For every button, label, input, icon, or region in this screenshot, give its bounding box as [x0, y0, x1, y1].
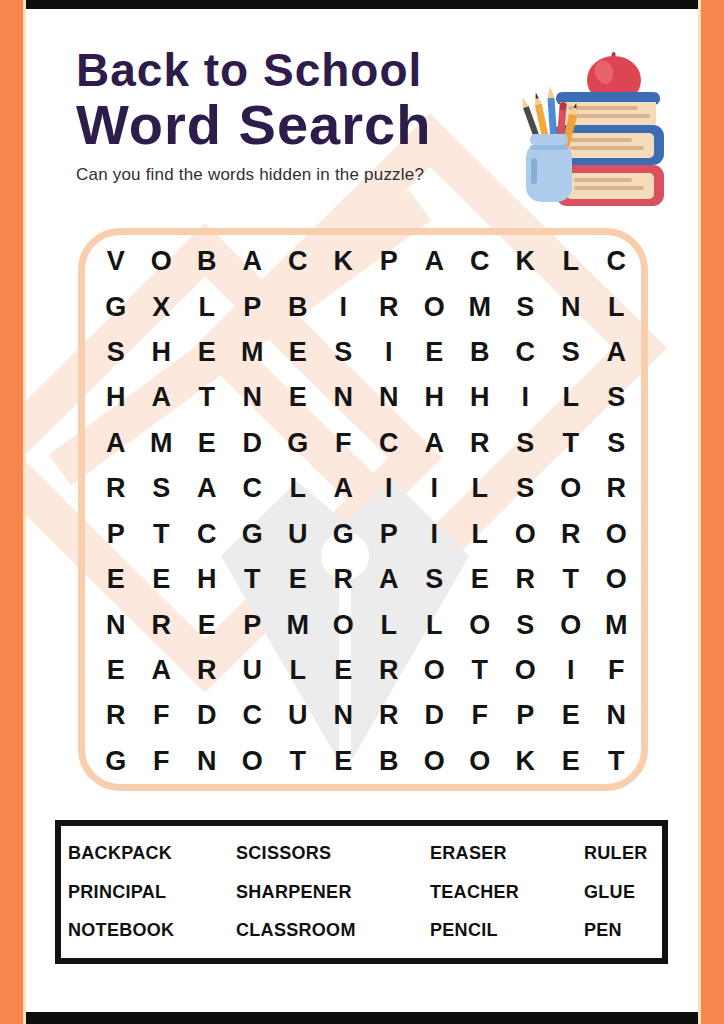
grid-cell-r2c5[interactable]: B	[275, 284, 321, 329]
grid-cell-r3c2[interactable]: H	[139, 330, 185, 375]
grid-cell-r7c8[interactable]: I	[412, 512, 458, 557]
grid-cell-r11c1[interactable]: R	[93, 693, 139, 738]
grid-cell-r12c1[interactable]: G	[93, 739, 139, 784]
grid-cell-r3c11[interactable]: S	[548, 330, 594, 375]
grid-cell-r5c11[interactable]: T	[548, 421, 594, 466]
grid-cell-r10c2[interactable]: A	[139, 648, 185, 693]
grid-cell-r6c6[interactable]: A	[321, 466, 367, 511]
grid-cell-r5c6[interactable]: F	[321, 421, 367, 466]
left-orange-border	[0, 0, 26, 1024]
grid-cell-r3c10[interactable]: C	[503, 330, 549, 375]
grid-cell-r1c9[interactable]: C	[457, 239, 503, 284]
grid-cell-r11c2[interactable]: F	[139, 693, 185, 738]
word-list-item-pencil: PENCIL	[426, 920, 580, 941]
worksheet-page: Back to School Word Search Can you find …	[0, 0, 724, 1024]
page-subtitle: Can you find the words hidden in the puz…	[76, 165, 431, 185]
grid-cell-r7c7[interactable]: P	[366, 512, 412, 557]
grid-cell-r7c4[interactable]: G	[230, 512, 276, 557]
grid-cell-r6c8[interactable]: I	[412, 466, 458, 511]
grid-cell-r2c9[interactable]: M	[457, 284, 503, 329]
grid-cell-r9c10[interactable]: S	[503, 602, 549, 647]
word-list-item-backpack: BACKPACK	[64, 843, 232, 864]
word-search-grid: VOBACKPACKLCGXLPBIROMSNLSHEMESIEBCSAHATN…	[93, 239, 639, 784]
grid-cell-r12c3[interactable]: N	[184, 739, 230, 784]
grid-cell-r3c9[interactable]: B	[457, 330, 503, 375]
grid-cell-r11c8[interactable]: D	[412, 693, 458, 738]
bottom-black-border	[23, 1012, 701, 1024]
grid-cell-r1c8[interactable]: A	[412, 239, 458, 284]
grid-cell-r1c6[interactable]: K	[321, 239, 367, 284]
grid-cell-r10c6[interactable]: E	[321, 648, 367, 693]
grid-cell-r8c2[interactable]: E	[139, 557, 185, 602]
word-list-item-ruler: RULER	[580, 843, 662, 864]
grid-cell-r9c8[interactable]: L	[412, 602, 458, 647]
grid-cell-r9c1[interactable]: N	[93, 602, 139, 647]
grid-cell-r10c4[interactable]: U	[230, 648, 276, 693]
grid-cell-r4c12[interactable]: S	[594, 375, 640, 420]
grid-cell-r10c7[interactable]: R	[366, 648, 412, 693]
grid-cell-r9c4[interactable]: P	[230, 602, 276, 647]
grid-cell-r6c11[interactable]: O	[548, 466, 594, 511]
grid-cell-r6c5[interactable]: L	[275, 466, 321, 511]
grid-cell-r1c12[interactable]: C	[594, 239, 640, 284]
word-list-box: BACKPACKSCISSORSERASERRULERPRINCIPALSHAR…	[55, 820, 668, 964]
grid-cell-r4c7[interactable]: N	[366, 375, 412, 420]
grid-cell-r10c1[interactable]: E	[93, 648, 139, 693]
grid-cell-r10c3[interactable]: R	[184, 648, 230, 693]
grid-cell-r12c10[interactable]: K	[503, 739, 549, 784]
grid-cell-r2c11[interactable]: N	[548, 284, 594, 329]
grid-cell-r11c6[interactable]: N	[321, 693, 367, 738]
grid-cell-r4c1[interactable]: H	[93, 375, 139, 420]
grid-cell-r9c2[interactable]: R	[139, 602, 185, 647]
page-header: Back to School Word Search Can you find …	[76, 46, 431, 185]
grid-cell-r8c1[interactable]: E	[93, 557, 139, 602]
grid-cell-r9c9[interactable]: O	[457, 602, 503, 647]
grid-cell-r2c12[interactable]: L	[594, 284, 640, 329]
grid-cell-r12c7[interactable]: B	[366, 739, 412, 784]
grid-cell-r8c12[interactable]: O	[594, 557, 640, 602]
grid-cell-r12c4[interactable]: O	[230, 739, 276, 784]
grid-cell-r3c7[interactable]: I	[366, 330, 412, 375]
grid-cell-r9c7[interactable]: L	[366, 602, 412, 647]
grid-cell-r5c7[interactable]: C	[366, 421, 412, 466]
grid-cell-r8c6[interactable]: R	[321, 557, 367, 602]
grid-cell-r5c4[interactable]: D	[230, 421, 276, 466]
grid-cell-r2c6[interactable]: I	[321, 284, 367, 329]
grid-cell-r6c7[interactable]: I	[366, 466, 412, 511]
grid-cell-r11c12[interactable]: N	[594, 693, 640, 738]
grid-cell-r8c4[interactable]: T	[230, 557, 276, 602]
page-title-line2: Word Search	[76, 96, 431, 153]
grid-cell-r12c6[interactable]: E	[321, 739, 367, 784]
grid-cell-r12c5[interactable]: T	[275, 739, 321, 784]
grid-cell-r11c3[interactable]: D	[184, 693, 230, 738]
grid-cell-r2c1[interactable]: G	[93, 284, 139, 329]
word-list-item-classroom: CLASSROOM	[232, 920, 426, 941]
grid-cell-r4c4[interactable]: N	[230, 375, 276, 420]
grid-cell-r6c4[interactable]: C	[230, 466, 276, 511]
grid-cell-r9c3[interactable]: E	[184, 602, 230, 647]
grid-cell-r12c12[interactable]: T	[594, 739, 640, 784]
grid-cell-r4c10[interactable]: I	[503, 375, 549, 420]
right-orange-border	[698, 0, 724, 1024]
grid-cell-r1c1[interactable]: V	[93, 239, 139, 284]
grid-cell-r7c6[interactable]: G	[321, 512, 367, 557]
grid-cell-r5c10[interactable]: S	[503, 421, 549, 466]
grid-cell-r8c8[interactable]: S	[412, 557, 458, 602]
grid-cell-r10c5[interactable]: L	[275, 648, 321, 693]
grid-cell-r7c10[interactable]: O	[503, 512, 549, 557]
page-title-line1: Back to School	[76, 46, 431, 96]
word-list-item-sharpener: SHARPENER	[232, 882, 426, 903]
grid-cell-r4c3[interactable]: T	[184, 375, 230, 420]
grid-cell-r6c1[interactable]: R	[93, 466, 139, 511]
word-list-item-pen: PEN	[580, 920, 662, 941]
grid-cell-r4c6[interactable]: N	[321, 375, 367, 420]
grid-cell-r11c11[interactable]: E	[548, 693, 594, 738]
grid-cell-r2c8[interactable]: O	[412, 284, 458, 329]
grid-cell-r1c10[interactable]: K	[503, 239, 549, 284]
grid-cell-r8c11[interactable]: T	[548, 557, 594, 602]
grid-cell-r8c7[interactable]: A	[366, 557, 412, 602]
grid-cell-r7c12[interactable]: O	[594, 512, 640, 557]
grid-cell-r5c12[interactable]: S	[594, 421, 640, 466]
grid-cell-r3c12[interactable]: A	[594, 330, 640, 375]
grid-cell-r3c3[interactable]: E	[184, 330, 230, 375]
grid-cell-r9c11[interactable]: O	[548, 602, 594, 647]
grid-cell-r7c3[interactable]: C	[184, 512, 230, 557]
grid-cell-r7c1[interactable]: P	[93, 512, 139, 557]
grid-cell-r10c8[interactable]: O	[412, 648, 458, 693]
grid-cell-r1c7[interactable]: P	[366, 239, 412, 284]
grid-cell-r10c11[interactable]: I	[548, 648, 594, 693]
word-list-item-glue: GLUE	[580, 882, 662, 903]
grid-cell-r2c2[interactable]: X	[139, 284, 185, 329]
grid-cell-r11c7[interactable]: R	[366, 693, 412, 738]
grid-cell-r11c4[interactable]: C	[230, 693, 276, 738]
grid-cell-r10c10[interactable]: O	[503, 648, 549, 693]
grid-cell-r12c11[interactable]: E	[548, 739, 594, 784]
books-apple-illustration	[518, 28, 670, 206]
grid-cell-r3c5[interactable]: E	[275, 330, 321, 375]
grid-cell-r6c10[interactable]: S	[503, 466, 549, 511]
grid-cell-r9c6[interactable]: O	[321, 602, 367, 647]
grid-cell-r2c4[interactable]: P	[230, 284, 276, 329]
word-list-item-notebook: NOTEBOOK	[64, 920, 232, 941]
grid-cell-r5c2[interactable]: M	[139, 421, 185, 466]
word-list-item-eraser: ERASER	[426, 843, 580, 864]
grid-cell-r3c6[interactable]: S	[321, 330, 367, 375]
grid-cell-r6c3[interactable]: A	[184, 466, 230, 511]
grid-cell-r1c4[interactable]: A	[230, 239, 276, 284]
grid-cell-r5c3[interactable]: E	[184, 421, 230, 466]
word-list-item-scissors: SCISSORS	[232, 843, 426, 864]
grid-cell-r1c5[interactable]: C	[275, 239, 321, 284]
grid-cell-r1c11[interactable]: L	[548, 239, 594, 284]
grid-cell-r8c3[interactable]: H	[184, 557, 230, 602]
grid-cell-r12c9[interactable]: O	[457, 739, 503, 784]
word-list-item-teacher: TEACHER	[426, 882, 580, 903]
grid-cell-r2c7[interactable]: R	[366, 284, 412, 329]
grid-cell-r5c8[interactable]: A	[412, 421, 458, 466]
grid-cell-r6c9[interactable]: L	[457, 466, 503, 511]
grid-cell-r4c2[interactable]: A	[139, 375, 185, 420]
grid-cell-r10c12[interactable]: F	[594, 648, 640, 693]
grid-cell-r3c1[interactable]: S	[93, 330, 139, 375]
grid-cell-r6c2[interactable]: S	[139, 466, 185, 511]
grid-cell-r5c1[interactable]: A	[93, 421, 139, 466]
grid-cell-r2c3[interactable]: L	[184, 284, 230, 329]
grid-cell-r9c5[interactable]: M	[275, 602, 321, 647]
grid-cell-r3c4[interactable]: M	[230, 330, 276, 375]
grid-cell-r1c3[interactable]: B	[184, 239, 230, 284]
grid-cell-r8c10[interactable]: R	[503, 557, 549, 602]
grid-cell-r6c12[interactable]: R	[594, 466, 640, 511]
grid-cell-r12c2[interactable]: F	[139, 739, 185, 784]
grid-cell-r4c8[interactable]: H	[412, 375, 458, 420]
grid-cell-r9c12[interactable]: M	[594, 602, 640, 647]
top-black-border	[23, 0, 701, 9]
grid-cell-r11c10[interactable]: P	[503, 693, 549, 738]
grid-cell-r7c9[interactable]: L	[457, 512, 503, 557]
grid-cell-r8c5[interactable]: E	[275, 557, 321, 602]
grid-cell-r4c11[interactable]: L	[548, 375, 594, 420]
grid-cell-r12c8[interactable]: O	[412, 739, 458, 784]
grid-cell-r7c11[interactable]: R	[548, 512, 594, 557]
grid-cell-r4c9[interactable]: H	[457, 375, 503, 420]
grid-cell-r2c10[interactable]: S	[503, 284, 549, 329]
word-list-item-principal: PRINCIPAL	[64, 882, 232, 903]
grid-cell-r5c9[interactable]: R	[457, 421, 503, 466]
grid-cell-r7c2[interactable]: T	[139, 512, 185, 557]
word-search-grid-frame: VOBACKPACKLCGXLPBIROMSNLSHEMESIEBCSAHATN…	[78, 228, 648, 791]
grid-cell-r7c5[interactable]: U	[275, 512, 321, 557]
jar-icon	[526, 134, 572, 202]
grid-cell-r3c8[interactable]: E	[412, 330, 458, 375]
grid-cell-r10c9[interactable]: T	[457, 648, 503, 693]
grid-cell-r11c5[interactable]: U	[275, 693, 321, 738]
grid-cell-r4c5[interactable]: E	[275, 375, 321, 420]
grid-cell-r1c2[interactable]: O	[139, 239, 185, 284]
book-bottom	[556, 165, 664, 206]
grid-cell-r8c9[interactable]: E	[457, 557, 503, 602]
grid-cell-r11c9[interactable]: F	[457, 693, 503, 738]
grid-cell-r5c5[interactable]: G	[275, 421, 321, 466]
